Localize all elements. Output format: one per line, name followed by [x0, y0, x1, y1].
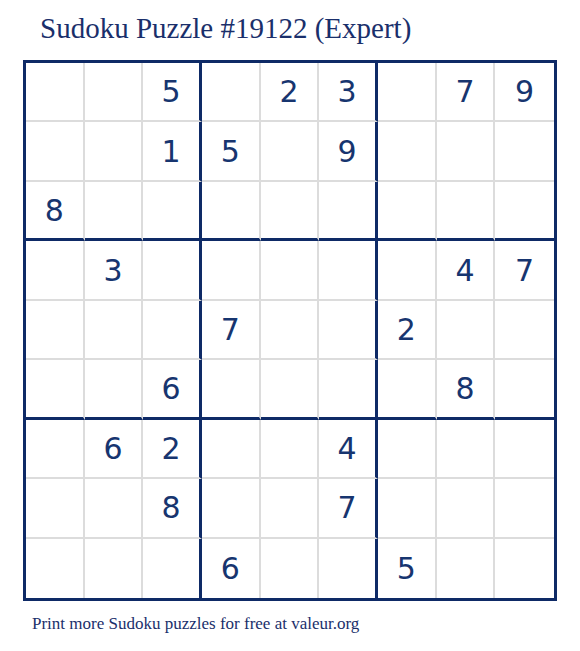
cell-r9c3[interactable]	[143, 539, 202, 598]
cell-r3c1[interactable]: 8	[26, 182, 85, 241]
cell-r7c3[interactable]: 2	[143, 420, 202, 479]
cell-r3c7[interactable]	[378, 182, 437, 241]
cell-r5c3[interactable]	[143, 301, 202, 360]
cell-r4c5[interactable]	[261, 241, 320, 300]
cell-r4c3[interactable]	[143, 241, 202, 300]
cell-r2c4[interactable]: 5	[202, 122, 261, 181]
cell-r4c9[interactable]: 7	[495, 241, 554, 300]
cell-r5c5[interactable]	[261, 301, 320, 360]
cell-r4c4[interactable]	[202, 241, 261, 300]
cell-r7c5[interactable]	[261, 420, 320, 479]
cell-r5c6[interactable]	[319, 301, 378, 360]
cell-r1c8[interactable]: 7	[437, 63, 496, 122]
cell-r4c6[interactable]	[319, 241, 378, 300]
page-title: Sudoku Puzzle #19122 (Expert)	[40, 12, 411, 45]
cell-r5c1[interactable]	[26, 301, 85, 360]
cell-r3c5[interactable]	[261, 182, 320, 241]
cell-r4c8[interactable]: 4	[437, 241, 496, 300]
cell-r6c8[interactable]: 8	[437, 360, 496, 419]
cell-r9c7[interactable]: 5	[378, 539, 437, 598]
cell-r9c1[interactable]	[26, 539, 85, 598]
cell-r1c4[interactable]	[202, 63, 261, 122]
cell-r5c8[interactable]	[437, 301, 496, 360]
cell-r2c5[interactable]	[261, 122, 320, 181]
cell-r8c1[interactable]	[26, 479, 85, 538]
cell-r6c4[interactable]	[202, 360, 261, 419]
cell-r1c2[interactable]	[85, 63, 144, 122]
cell-r8c7[interactable]	[378, 479, 437, 538]
cell-r9c2[interactable]	[85, 539, 144, 598]
sudoku-board: 52379159834772686248765	[23, 60, 557, 601]
cell-r8c4[interactable]	[202, 479, 261, 538]
cell-r9c9[interactable]	[495, 539, 554, 598]
cell-r7c7[interactable]	[378, 420, 437, 479]
cell-r1c6[interactable]: 3	[319, 63, 378, 122]
cell-r6c2[interactable]	[85, 360, 144, 419]
cell-r2c2[interactable]	[85, 122, 144, 181]
cell-r6c3[interactable]: 6	[143, 360, 202, 419]
cell-r9c8[interactable]	[437, 539, 496, 598]
cell-r8c2[interactable]	[85, 479, 144, 538]
cell-r4c7[interactable]	[378, 241, 437, 300]
cell-r1c9[interactable]: 9	[495, 63, 554, 122]
cell-r6c1[interactable]	[26, 360, 85, 419]
cell-r6c5[interactable]	[261, 360, 320, 419]
cell-r6c7[interactable]	[378, 360, 437, 419]
cell-r5c2[interactable]	[85, 301, 144, 360]
sudoku-page: Sudoku Puzzle #19122 (Expert) 5237915983…	[0, 0, 580, 651]
cell-r9c4[interactable]: 6	[202, 539, 261, 598]
cell-r8c8[interactable]	[437, 479, 496, 538]
cell-r7c9[interactable]	[495, 420, 554, 479]
cell-r3c3[interactable]	[143, 182, 202, 241]
cell-r3c9[interactable]	[495, 182, 554, 241]
cell-r7c2[interactable]: 6	[85, 420, 144, 479]
cell-r5c9[interactable]	[495, 301, 554, 360]
cell-r7c1[interactable]	[26, 420, 85, 479]
cell-r2c7[interactable]	[378, 122, 437, 181]
cell-r3c8[interactable]	[437, 182, 496, 241]
cell-r8c5[interactable]	[261, 479, 320, 538]
cell-r8c3[interactable]: 8	[143, 479, 202, 538]
cell-r1c3[interactable]: 5	[143, 63, 202, 122]
cell-r2c6[interactable]: 9	[319, 122, 378, 181]
cell-r3c2[interactable]	[85, 182, 144, 241]
cell-r1c1[interactable]	[26, 63, 85, 122]
cell-r7c8[interactable]	[437, 420, 496, 479]
cell-r8c9[interactable]	[495, 479, 554, 538]
cell-r2c1[interactable]	[26, 122, 85, 181]
cell-r8c6[interactable]: 7	[319, 479, 378, 538]
cell-r7c4[interactable]	[202, 420, 261, 479]
cell-r2c9[interactable]	[495, 122, 554, 181]
cell-r1c7[interactable]	[378, 63, 437, 122]
cell-r2c8[interactable]	[437, 122, 496, 181]
cell-r6c9[interactable]	[495, 360, 554, 419]
cell-r2c3[interactable]: 1	[143, 122, 202, 181]
cell-r7c6[interactable]: 4	[319, 420, 378, 479]
cell-r6c6[interactable]	[319, 360, 378, 419]
cell-r4c2[interactable]: 3	[85, 241, 144, 300]
footer-text: Print more Sudoku puzzles for free at va…	[32, 614, 359, 634]
cell-r9c5[interactable]	[261, 539, 320, 598]
cell-r1c5[interactable]: 2	[261, 63, 320, 122]
cell-r5c7[interactable]: 2	[378, 301, 437, 360]
cell-r4c1[interactable]	[26, 241, 85, 300]
cell-r5c4[interactable]: 7	[202, 301, 261, 360]
cell-r3c6[interactable]	[319, 182, 378, 241]
cell-r9c6[interactable]	[319, 539, 378, 598]
cell-r3c4[interactable]	[202, 182, 261, 241]
